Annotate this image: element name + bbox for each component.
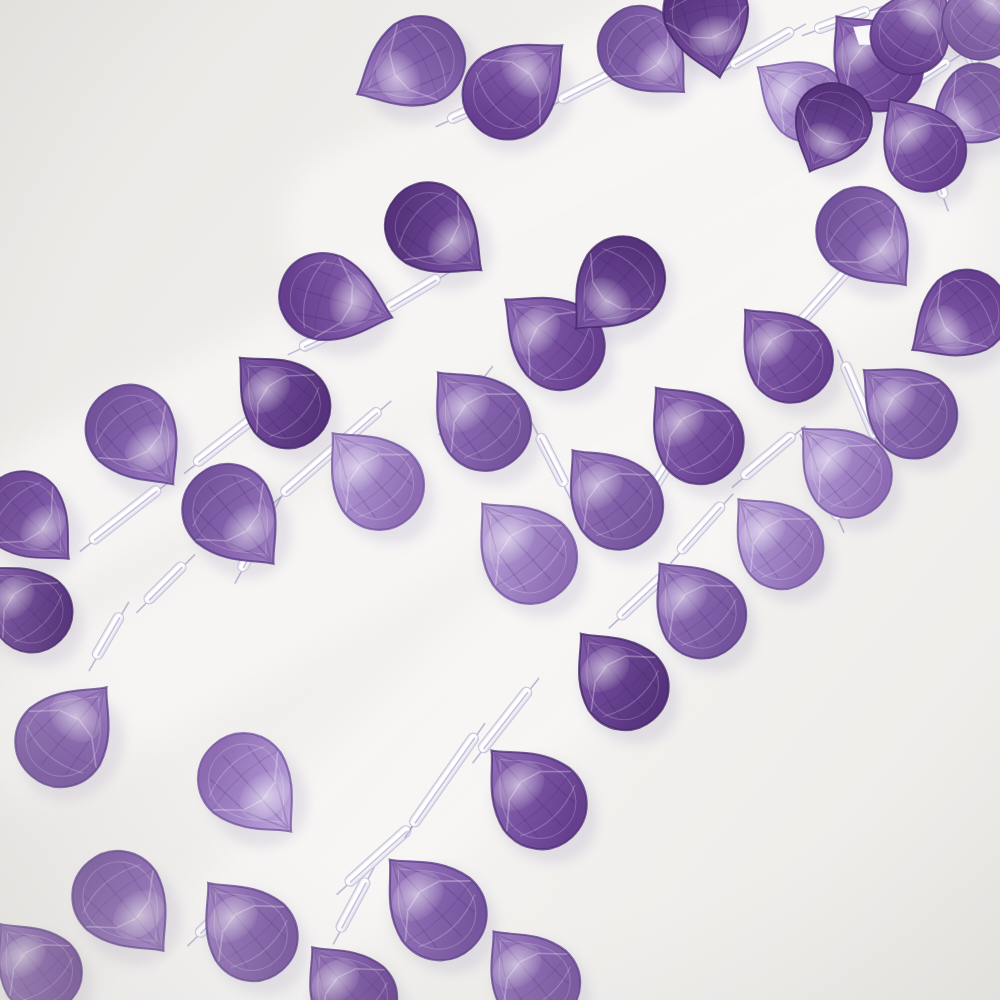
vignette-overlay — [0, 0, 1000, 1000]
amethyst-bead-strands-photo — [0, 0, 1000, 1000]
product-photo-canvas — [0, 0, 1000, 1000]
